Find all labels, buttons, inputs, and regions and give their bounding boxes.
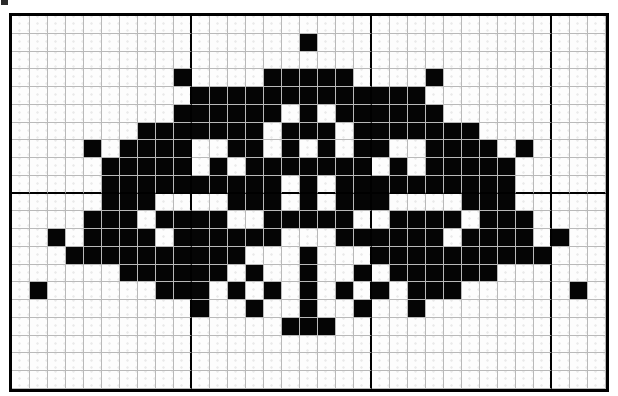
stitch-cell-filled (84, 211, 102, 229)
grid-cell-empty (102, 34, 120, 52)
grid-cell-empty (498, 105, 516, 123)
grid-cell-empty (462, 336, 480, 354)
grid-cell-empty (12, 158, 30, 176)
stitch-cell-filled (516, 229, 534, 247)
grid-cell-empty (120, 69, 138, 87)
grid-cell-empty (30, 371, 48, 389)
grid-cell-empty (336, 318, 354, 336)
grid-cell-empty (534, 158, 552, 176)
grid-cell-empty (336, 52, 354, 70)
stitch-cell-filled (102, 158, 120, 176)
stitch-cell-filled (192, 123, 210, 141)
grid-cell-empty (282, 105, 300, 123)
grid-cell-empty (30, 194, 48, 212)
grid-cell-empty (102, 105, 120, 123)
stitch-cell-filled (480, 158, 498, 176)
grid-cell-empty (570, 34, 588, 52)
grid-cell-empty (300, 52, 318, 70)
grid-cell-empty (264, 16, 282, 34)
grid-cell-empty (228, 52, 246, 70)
grid-cell-empty (552, 158, 570, 176)
grid-cell-empty (462, 87, 480, 105)
stitch-cell-filled (138, 194, 156, 212)
stitch-cell-filled (174, 247, 192, 265)
stitch-cell-filled (372, 194, 390, 212)
grid-cell-empty (336, 300, 354, 318)
grid-cell-empty (120, 52, 138, 70)
grid-cell-empty (372, 158, 390, 176)
grid-cell-empty (354, 371, 372, 389)
stitch-cell-filled (84, 247, 102, 265)
grid-cell-empty (66, 16, 84, 34)
grid-cell-empty (462, 353, 480, 371)
grid-cell-empty (480, 353, 498, 371)
grid-cell-empty (174, 336, 192, 354)
grid-cell-empty (534, 16, 552, 34)
stitch-cell-filled (408, 87, 426, 105)
stitch-cell-filled (210, 247, 228, 265)
grid-cell-empty (480, 52, 498, 70)
grid-cell-empty (318, 34, 336, 52)
grid-cell-empty (480, 336, 498, 354)
grid-cell-empty (390, 371, 408, 389)
stitch-cell-filled (498, 158, 516, 176)
grid-cell-empty (138, 300, 156, 318)
stitch-cell-filled (408, 282, 426, 300)
grid-cell-empty (462, 69, 480, 87)
grid-cell-empty (84, 265, 102, 283)
grid-cell-empty (84, 123, 102, 141)
grid-cell-empty (12, 247, 30, 265)
grid-cell-empty (552, 176, 570, 194)
grid-cell-empty (30, 87, 48, 105)
grid-cell-empty (318, 282, 336, 300)
grid-cell-empty (462, 52, 480, 70)
grid-cell-empty (300, 353, 318, 371)
grid-cell-empty (426, 16, 444, 34)
grid-cell-empty (336, 371, 354, 389)
grid-cell-empty (552, 34, 570, 52)
stitch-cell-filled (102, 194, 120, 212)
grid-cell-empty (588, 69, 606, 87)
grid-cell-empty (138, 318, 156, 336)
stitch-cell-filled (318, 158, 336, 176)
grid-cell-empty (462, 211, 480, 229)
grid-cell-empty (444, 16, 462, 34)
grid-cell-empty (390, 300, 408, 318)
stitch-cell-filled (102, 176, 120, 194)
grid-cell-empty (66, 123, 84, 141)
grid-cell-empty (30, 300, 48, 318)
grid-cell-empty (516, 282, 534, 300)
stitch-cell-filled (300, 34, 318, 52)
stitch-cell-filled (264, 211, 282, 229)
grid-cell-empty (570, 194, 588, 212)
grid-cell-empty (282, 34, 300, 52)
grid-cell-empty (318, 176, 336, 194)
grid-cell-empty (588, 318, 606, 336)
grid-cell-empty (138, 16, 156, 34)
stitch-cell-filled (426, 282, 444, 300)
stitch-cell-filled (498, 229, 516, 247)
stitch-cell-filled (300, 105, 318, 123)
grid-cell-empty (156, 34, 174, 52)
grid-cell-empty (516, 265, 534, 283)
grid-cell-empty (192, 336, 210, 354)
grid-cell-empty (390, 353, 408, 371)
grid-cell-empty (552, 336, 570, 354)
grid-cell-empty (120, 300, 138, 318)
grid-cell-empty (480, 87, 498, 105)
grid-cell-empty (498, 123, 516, 141)
grid-cell-empty (534, 211, 552, 229)
stitch-cell-filled (192, 176, 210, 194)
grid-cell-empty (318, 229, 336, 247)
grid-cell-empty (552, 194, 570, 212)
stitch-cell-filled (408, 265, 426, 283)
grid-cell-empty (48, 123, 66, 141)
stitch-cell-filled (336, 158, 354, 176)
grid-cell-empty (66, 176, 84, 194)
grid-cell-empty (102, 140, 120, 158)
grid-cell-empty (174, 300, 192, 318)
stitch-cell-filled (84, 140, 102, 158)
grid-cell-empty (156, 87, 174, 105)
grid-cell-empty (228, 265, 246, 283)
grid-cell-empty (372, 69, 390, 87)
stitch-cell-filled (462, 158, 480, 176)
grid-cell-empty (336, 123, 354, 141)
stitch-cell-filled (300, 265, 318, 283)
grid-cell-empty (138, 211, 156, 229)
grid-cell-empty (66, 194, 84, 212)
stitch-cell-filled (318, 140, 336, 158)
grid-cell-empty (120, 87, 138, 105)
stitch-cell-filled (48, 229, 66, 247)
grid-cell-empty (264, 247, 282, 265)
grid-cell-empty (264, 318, 282, 336)
grid-cell-empty (210, 52, 228, 70)
stitch-cell-filled (372, 140, 390, 158)
grid-cell-empty (426, 318, 444, 336)
grid-cell-empty (264, 353, 282, 371)
grid-cell-empty (426, 371, 444, 389)
stitch-cell-filled (282, 211, 300, 229)
stitch-cell-filled (498, 247, 516, 265)
grid-cell-empty (30, 105, 48, 123)
grid-cell-empty (480, 282, 498, 300)
grid-cell-empty (120, 336, 138, 354)
grid-cell-empty (534, 336, 552, 354)
grid-cell-empty (210, 336, 228, 354)
grid-cell-empty (120, 34, 138, 52)
grid-cell-empty (372, 336, 390, 354)
grid-cell-empty (228, 34, 246, 52)
grid-cell-empty (138, 336, 156, 354)
grid-cell-empty (30, 176, 48, 194)
stitch-cell-filled (192, 211, 210, 229)
grid-cell-empty (120, 123, 138, 141)
stitch-cell-filled (210, 265, 228, 283)
grid-cell-empty (48, 336, 66, 354)
stitch-cell-filled (174, 211, 192, 229)
grid-cell-empty (426, 300, 444, 318)
grid-cell-empty (498, 371, 516, 389)
grid-cell-empty (282, 353, 300, 371)
grid-cell-empty (246, 69, 264, 87)
grid-cell-empty (102, 300, 120, 318)
stitch-cell-filled (336, 211, 354, 229)
grid-cell-empty (300, 140, 318, 158)
grid-cell-empty (84, 16, 102, 34)
stitch-cell-filled (372, 87, 390, 105)
grid-cell-empty (192, 16, 210, 34)
stitch-cell-filled (264, 194, 282, 212)
grid-cell-empty (318, 265, 336, 283)
grid-cell-empty (66, 282, 84, 300)
stitch-cell-filled (552, 229, 570, 247)
grid-cell-empty (444, 336, 462, 354)
stitch-cell-filled (156, 123, 174, 141)
grid-cell-empty (192, 69, 210, 87)
grid-cell-empty (48, 140, 66, 158)
grid-cell-empty (444, 229, 462, 247)
grid-cell-empty (120, 353, 138, 371)
stitch-cell-filled (336, 69, 354, 87)
grid-cell-empty (48, 282, 66, 300)
stitch-cell-filled (408, 105, 426, 123)
stitch-cell-filled (336, 229, 354, 247)
grid-cell-empty (102, 336, 120, 354)
grid-cell-empty (246, 247, 264, 265)
stitch-cell-filled (300, 158, 318, 176)
stitch-cell-filled (480, 194, 498, 212)
grid-cell-empty (84, 69, 102, 87)
grid-cell-empty (570, 140, 588, 158)
stitch-cell-filled (408, 247, 426, 265)
stitch-cell-filled (120, 247, 138, 265)
stitch-cell-filled (102, 211, 120, 229)
stitch-cell-filled (390, 229, 408, 247)
grid-cell-empty (570, 87, 588, 105)
grid-cell-empty (192, 318, 210, 336)
grid-cell-empty (336, 247, 354, 265)
grid-cell-empty (336, 265, 354, 283)
grid-cell-empty (210, 140, 228, 158)
grid-cell-empty (30, 265, 48, 283)
grid-cell-empty (228, 318, 246, 336)
grid-cell-empty (354, 211, 372, 229)
stitch-cell-filled (138, 140, 156, 158)
stitch-cell-filled (444, 176, 462, 194)
grid-cell-empty (570, 176, 588, 194)
grid-cell-empty (30, 140, 48, 158)
grid-cell-empty (372, 371, 390, 389)
grid-cell-empty (30, 211, 48, 229)
grid-cell-empty (588, 105, 606, 123)
grid-cell-empty (354, 247, 372, 265)
grid-cell-empty (282, 176, 300, 194)
stitch-cell-filled (210, 176, 228, 194)
stitch-cell-filled (570, 282, 588, 300)
stitch-cell-filled (462, 123, 480, 141)
grid-cell-empty (426, 353, 444, 371)
grid-cell-empty (84, 158, 102, 176)
grid-cell-empty (336, 140, 354, 158)
grid-cell-empty (66, 229, 84, 247)
stitch-cell-filled (336, 176, 354, 194)
stitch-cell-filled (264, 158, 282, 176)
grid-cell-empty (480, 69, 498, 87)
grid-cell-empty (498, 353, 516, 371)
stitch-cell-filled (246, 87, 264, 105)
stitch-cell-filled (426, 211, 444, 229)
grid-cell-empty (210, 34, 228, 52)
grid-cell-empty (354, 336, 372, 354)
grid-cell-empty (12, 34, 30, 52)
grid-cell-empty (246, 211, 264, 229)
page (0, 0, 618, 396)
grid-cell-empty (552, 318, 570, 336)
grid-cell-empty (264, 300, 282, 318)
stitch-cell-filled (264, 87, 282, 105)
grid-cell-empty (12, 16, 30, 34)
stitch-cell-filled (264, 282, 282, 300)
grid-cell-empty (156, 336, 174, 354)
stitch-cell-filled (318, 123, 336, 141)
grid-cell-empty (552, 16, 570, 34)
grid-cell-empty (516, 300, 534, 318)
grid-cell-empty (354, 16, 372, 34)
stitch-cell-filled (516, 140, 534, 158)
grid-cell-empty (12, 105, 30, 123)
stitch-cell-filled (246, 140, 264, 158)
grid-cell-empty (588, 140, 606, 158)
grid-cell-empty (498, 140, 516, 158)
grid-cell-empty (12, 318, 30, 336)
grid-cell-empty (480, 123, 498, 141)
stitch-cell-filled (426, 69, 444, 87)
grid-cell-empty (534, 123, 552, 141)
grid-cell-empty (516, 87, 534, 105)
grid-cell-empty (282, 265, 300, 283)
stitch-cell-filled (174, 140, 192, 158)
grid-cell-empty (516, 158, 534, 176)
stitch-cell-filled (228, 282, 246, 300)
stitch-cell-filled (228, 123, 246, 141)
stitch-cell-filled (228, 105, 246, 123)
stitch-cell-filled (516, 211, 534, 229)
grid-cell-empty (264, 371, 282, 389)
stitch-cell-filled (192, 247, 210, 265)
grid-cell-empty (228, 69, 246, 87)
stitch-cell-filled (426, 247, 444, 265)
grid-cell-empty (84, 282, 102, 300)
grid-cell-empty (534, 87, 552, 105)
stitch-cell-filled (408, 300, 426, 318)
grid-cell-empty (138, 69, 156, 87)
grid-cell-empty (84, 371, 102, 389)
stitch-cell-filled (444, 140, 462, 158)
grid-cell-empty (444, 34, 462, 52)
grid-cell-empty (588, 371, 606, 389)
grid-cell-empty (354, 282, 372, 300)
stitch-cell-filled (300, 69, 318, 87)
grid-cell-empty (84, 194, 102, 212)
stitch-cell-filled (156, 211, 174, 229)
grid-cell-empty (12, 69, 30, 87)
grid-cell-empty (552, 69, 570, 87)
stitch-cell-filled (462, 176, 480, 194)
grid-cell-empty (102, 16, 120, 34)
stitch-cell-filled (138, 265, 156, 283)
grid-cell-empty (156, 318, 174, 336)
grid-cell-empty (318, 353, 336, 371)
stitch-cell-filled (372, 229, 390, 247)
grid-cell-empty (552, 282, 570, 300)
grid-cell-empty (462, 282, 480, 300)
grid-cell-empty (174, 87, 192, 105)
grid-cell-empty (408, 336, 426, 354)
grid-cell-empty (570, 229, 588, 247)
grid-cell-empty (444, 371, 462, 389)
grid-cell-empty (534, 140, 552, 158)
grid-cell-empty (102, 265, 120, 283)
stitch-cell-filled (390, 211, 408, 229)
grid-cell-empty (174, 16, 192, 34)
grid-cell-empty (516, 52, 534, 70)
grid-cell-empty (408, 140, 426, 158)
grid-cell-empty (138, 105, 156, 123)
grid-cell-empty (228, 371, 246, 389)
grid-cell-empty (48, 87, 66, 105)
grid-cell-empty (408, 158, 426, 176)
stitch-cell-filled (84, 229, 102, 247)
stitch-cell-filled (318, 318, 336, 336)
grid-cell-empty (588, 211, 606, 229)
scan-artifact (1, 0, 8, 5)
grid-cell-empty (228, 158, 246, 176)
grid-cell-empty (210, 282, 228, 300)
grid-cell-empty (264, 265, 282, 283)
grid-cell-empty (210, 318, 228, 336)
grid-cell-empty (228, 336, 246, 354)
grid-cell-empty (354, 353, 372, 371)
stitch-cell-filled (174, 176, 192, 194)
grid-cell-empty (282, 16, 300, 34)
grid-cell-empty (300, 371, 318, 389)
stitch-cell-filled (426, 140, 444, 158)
stitch-cell-filled (390, 123, 408, 141)
grid-cell-empty (462, 318, 480, 336)
stitch-cell-filled (264, 105, 282, 123)
grid-cell-empty (516, 336, 534, 354)
stitch-cell-filled (462, 229, 480, 247)
grid-cell-empty (66, 265, 84, 283)
grid-cell-empty (48, 52, 66, 70)
stitch-cell-filled (156, 265, 174, 283)
stitch-cell-filled (354, 300, 372, 318)
grid-cell-empty (282, 336, 300, 354)
stitch-cell-filled (282, 87, 300, 105)
grid-cell-empty (48, 69, 66, 87)
grid-cell-empty (462, 16, 480, 34)
grid-cell-empty (48, 318, 66, 336)
grid-cell-empty (174, 194, 192, 212)
stitch-cell-filled (210, 87, 228, 105)
stitch-cell-filled (210, 211, 228, 229)
stitch-cell-filled (408, 211, 426, 229)
